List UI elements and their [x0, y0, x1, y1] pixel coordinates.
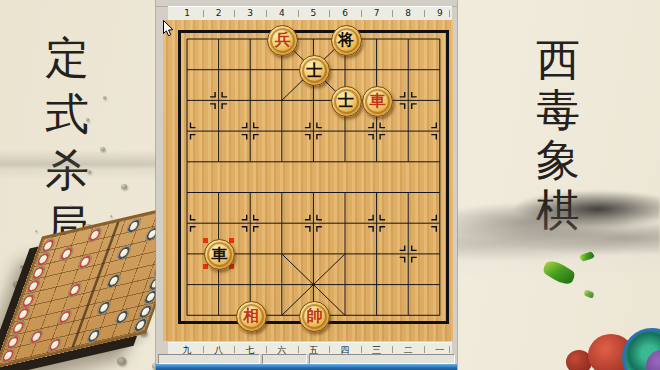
photo-piece — [66, 281, 84, 298]
ruler-tick — [298, 346, 299, 353]
xiangqi-app-window: 123456789 兵将士士車車相帥 九八七六五四三二一 — [156, 0, 457, 370]
ruler-tick — [361, 10, 362, 17]
ruler-tick — [424, 346, 425, 353]
ruler-tick — [392, 10, 393, 17]
file-label-top: 4 — [272, 8, 292, 18]
piece-character: 士 — [306, 63, 322, 79]
photo-piece — [56, 308, 74, 325]
piece-character: 士 — [338, 93, 354, 109]
window-bottom-blue-bar — [156, 364, 457, 370]
status-panel — [262, 354, 307, 364]
xiangqi-piece-red[interactable]: 帥 — [299, 301, 330, 332]
file-label-top: 6 — [335, 8, 355, 18]
ruler-tick — [203, 346, 204, 353]
ink-horizon-decor — [0, 150, 158, 180]
photo-piece — [113, 308, 131, 325]
ruler-tick — [266, 10, 267, 17]
ruler-tick — [266, 346, 267, 353]
file-label-top: 9 — [430, 8, 450, 18]
piece-character: 兵 — [275, 32, 291, 48]
photo-piece — [115, 244, 133, 261]
photo-piece — [28, 328, 46, 345]
status-panel — [158, 354, 260, 364]
photo-piece — [125, 217, 143, 234]
ruler-tick — [361, 346, 362, 353]
piece-character: 車 — [370, 93, 386, 109]
photo-piece — [0, 347, 17, 364]
photo-piece — [105, 272, 123, 289]
xiangqi-piece-black[interactable]: 士 — [331, 86, 362, 117]
ruler-tick — [449, 10, 450, 17]
pebble-decor — [86, 118, 89, 121]
status-bar — [156, 354, 457, 364]
photo-piece — [58, 245, 76, 262]
calligraphy-char: 西 — [536, 38, 580, 82]
file-label-top: 8 — [398, 8, 418, 18]
top-ruler: 123456789 — [168, 6, 452, 21]
ink-mountains-decor — [438, 165, 660, 275]
status-panel — [309, 354, 455, 364]
xiangqi-piece-black[interactable]: 士 — [299, 55, 330, 86]
ruler-tick — [329, 346, 330, 353]
ruler-tick — [298, 10, 299, 17]
ruler-tick — [329, 10, 330, 17]
piece-character: 帥 — [306, 308, 322, 324]
calligraphy-char: 式 — [45, 92, 89, 136]
calligraphy-char: 定 — [45, 36, 89, 80]
photo-piece — [76, 253, 94, 270]
ruler-tick — [234, 346, 235, 353]
photo-piece — [46, 336, 64, 353]
file-label-top: 5 — [303, 8, 323, 18]
file-label-top: 3 — [240, 8, 260, 18]
xiangqi-piece-black[interactable]: 将 — [331, 25, 362, 56]
xiangqi-piece-red[interactable]: 相 — [236, 301, 267, 332]
selection-corner-marker — [203, 238, 208, 243]
xiangqi-piece-red[interactable]: 兵 — [267, 25, 298, 56]
piece-character: 将 — [338, 32, 354, 48]
file-label-top: 7 — [367, 8, 387, 18]
ruler-tick — [203, 10, 204, 17]
pebble-decor — [121, 184, 127, 189]
photo-piece — [85, 327, 103, 344]
mouse-cursor — [163, 20, 175, 37]
xiangqi-piece-red[interactable]: 車 — [362, 86, 393, 117]
xiangqi-set-photo — [0, 198, 178, 370]
photo-piece — [86, 226, 104, 243]
leaf-icon — [583, 289, 595, 298]
file-label-top: 2 — [209, 8, 229, 18]
screenshot-root: 定 式 杀 局 西 毒 象 棋 123456789 兵将士士車車相 — [0, 0, 660, 370]
piece-character: 車 — [212, 247, 228, 263]
ruler-tick — [392, 346, 393, 353]
xiangqi-board[interactable]: 兵将士士車車相帥 — [163, 20, 453, 341]
ruler-tick — [424, 10, 425, 17]
file-label-top: 1 — [177, 8, 197, 18]
ruler-tick — [449, 346, 450, 353]
photo-piece — [95, 299, 113, 316]
piece-character: 相 — [243, 308, 259, 324]
pebble-decor — [103, 96, 106, 99]
ruler-tick — [234, 10, 235, 17]
calligraphy-char: 毒 — [536, 88, 580, 132]
